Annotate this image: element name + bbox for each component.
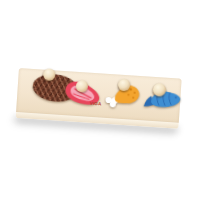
puzzle-board: VIGA bbox=[16, 68, 182, 129]
piece-chicken-drumstick[interactable] bbox=[104, 81, 142, 109]
knob-handle-cookie[interactable] bbox=[43, 68, 56, 81]
brand-logo: VIGA bbox=[90, 101, 102, 107]
product-photo-canvas: { "scene": { "description": "Overhead pr… bbox=[0, 0, 200, 200]
piece-fish[interactable] bbox=[142, 87, 183, 111]
